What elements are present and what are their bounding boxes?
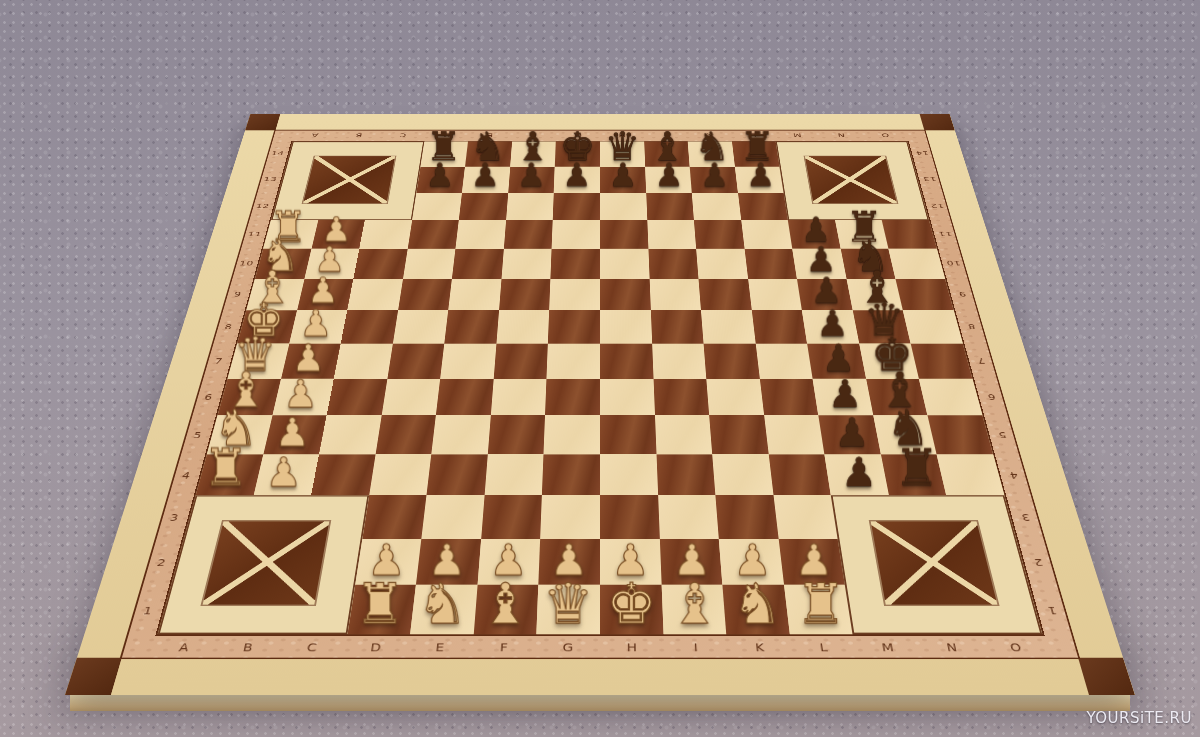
square-E6: [436, 379, 494, 416]
square-L8: [752, 310, 808, 343]
piece-bottom-king-H1: ♚: [600, 574, 663, 634]
square-G10: [551, 249, 600, 279]
square-D10: [403, 249, 456, 279]
square-K6: [706, 379, 764, 416]
square-O14: [864, 142, 915, 167]
square-I5: [655, 415, 713, 454]
square-E7: [440, 344, 496, 379]
file-label: B: [335, 130, 381, 141]
piece-bottom-rook-L1: ♜: [789, 574, 852, 634]
square-O2: [957, 539, 1029, 585]
square-G1: ♛: [537, 585, 600, 634]
square-L12: [738, 193, 788, 220]
square-A3: [184, 495, 254, 539]
piece-top-pawn-F13: ♟: [508, 157, 554, 193]
square-K9: [699, 279, 752, 311]
square-L9: [748, 279, 802, 311]
square-L10: [744, 249, 797, 279]
square-H8: [600, 310, 652, 343]
square-K4: [712, 454, 773, 495]
square-K1: ♞: [723, 585, 790, 634]
piece-bottom-knight-K1: ♞: [726, 574, 789, 634]
square-K12: [692, 193, 741, 220]
square-K7: [704, 344, 760, 379]
square-L3: [773, 495, 838, 539]
frame-corner-inlay-top-left: [245, 114, 280, 131]
square-A4: ♜: [196, 454, 263, 495]
watermark: YOURSiTE.RU: [1086, 709, 1192, 727]
piece-top-pawn-L13: ♟: [738, 157, 784, 193]
file-label: O: [862, 130, 909, 141]
square-I13: ♟: [645, 167, 692, 193]
square-A1: [158, 585, 233, 634]
square-H12: [600, 193, 647, 220]
square-G8: [548, 310, 600, 343]
square-H5: [600, 415, 656, 454]
square-I6: [653, 379, 709, 416]
square-M1: [845, 585, 916, 634]
square-K13: ♟: [690, 167, 738, 193]
square-M3: [831, 495, 897, 539]
square-M4: ♟: [825, 454, 889, 495]
file-label: A: [291, 130, 338, 141]
frame-corner-inlay-bottom-right: [1078, 658, 1135, 695]
square-G3: [541, 495, 600, 539]
square-H10: [600, 249, 649, 279]
square-C7: [334, 344, 393, 379]
square-O1: [968, 585, 1043, 634]
square-I8: [651, 310, 704, 343]
square-D3: [362, 495, 427, 539]
square-D7: [387, 344, 444, 379]
piece-bottom-queen-G1: ♛: [537, 574, 600, 634]
square-I10: [648, 249, 698, 279]
square-A13: [278, 167, 330, 193]
square-I7: [652, 344, 707, 379]
square-C13: [370, 167, 420, 193]
square-H13: ♟: [600, 167, 646, 193]
square-B2: [232, 539, 302, 585]
square-C4: [311, 454, 375, 495]
square-K5: [709, 415, 768, 454]
square-F7: [494, 344, 549, 379]
square-K3: [716, 495, 779, 539]
square-K8: [701, 310, 755, 343]
square-E10: [452, 249, 504, 279]
piece-bottom-knight-E1: ♞: [411, 574, 474, 634]
square-B3: [243, 495, 311, 539]
square-G5: [544, 415, 600, 454]
square-F10: [501, 249, 551, 279]
board-front-edge: [70, 695, 1130, 711]
square-F1: ♝: [474, 585, 539, 634]
square-N3: [889, 495, 957, 539]
square-E1: ♞: [410, 585, 477, 634]
square-N1: [906, 585, 979, 634]
piece-bottom-bishop-F1: ♝: [474, 574, 537, 634]
square-G12: [553, 193, 600, 220]
piece-top-pawn-H13: ♟: [600, 157, 646, 193]
square-M13: [780, 167, 830, 193]
square-C1: [284, 585, 355, 634]
square-G6: [545, 379, 600, 416]
square-E12: [459, 193, 508, 220]
square-D5: [375, 415, 436, 454]
square-O4: [937, 454, 1004, 495]
piece-left-pawn-B4: ♟: [254, 449, 312, 495]
square-G9: [549, 279, 600, 311]
square-A2: [171, 539, 243, 585]
square-L13: ♟: [735, 167, 784, 193]
frame-corner-inlay-top-right: [920, 114, 955, 131]
square-O13: [869, 167, 921, 193]
square-H3: [600, 495, 659, 539]
square-F9: [499, 279, 551, 311]
square-K10: [696, 249, 748, 279]
square-L7: [755, 344, 812, 379]
square-D9: [398, 279, 452, 311]
square-C5: [319, 415, 381, 454]
square-H7: [600, 344, 653, 379]
piece-top-pawn-K13: ♟: [692, 157, 738, 193]
square-C9: [347, 279, 402, 311]
square-G13: ♟: [554, 167, 600, 193]
square-G4: [542, 454, 600, 495]
square-D13: ♟: [416, 167, 465, 193]
square-E5: [432, 415, 491, 454]
square-L1: ♜: [784, 585, 853, 634]
square-B14: [331, 142, 381, 167]
piece-left-rook-A4: ♜: [197, 441, 255, 495]
piece-bottom-rook-D1: ♜: [348, 574, 411, 634]
square-H9: [600, 279, 651, 311]
square-F12: [506, 193, 554, 220]
square-D8: [393, 310, 449, 343]
square-C3: [303, 495, 369, 539]
square-A14: [286, 142, 337, 167]
square-H1: ♚: [600, 585, 663, 634]
square-E9: [448, 279, 501, 311]
carpet-background: ABCDEFGHIKLMNO ABCDEFGHIKLMNO 1413121110…: [0, 0, 1200, 737]
square-N13: [825, 167, 876, 193]
square-O3: [947, 495, 1017, 539]
square-N14: [820, 142, 870, 167]
square-N2: [897, 539, 967, 585]
square-F6: [491, 379, 547, 416]
square-H6: [600, 379, 655, 416]
piece-top-pawn-D13: ♟: [417, 157, 463, 193]
square-C12: [365, 193, 416, 220]
frame-corner-inlay-bottom-left: [65, 658, 122, 695]
square-H4: [600, 454, 658, 495]
square-B13: [324, 167, 375, 193]
square-F4: [484, 454, 543, 495]
piece-right-rook-N4: ♜: [888, 441, 946, 495]
piece-top-pawn-E13: ♟: [462, 157, 508, 193]
square-G7: [547, 344, 600, 379]
square-I12: [646, 193, 694, 220]
square-E4: [427, 454, 488, 495]
square-N4: ♜: [881, 454, 947, 495]
square-F5: [488, 415, 546, 454]
square-L5: [764, 415, 825, 454]
square-I4: [656, 454, 715, 495]
square-I9: [649, 279, 701, 311]
piece-bottom-bishop-I1: ♝: [663, 574, 726, 634]
square-F13: ♟: [508, 167, 555, 193]
square-D1: ♜: [347, 585, 416, 634]
piece-right-pawn-M4: ♟: [830, 449, 888, 495]
square-E8: [444, 310, 498, 343]
square-E13: ♟: [462, 167, 510, 193]
square-C6: [327, 379, 387, 416]
file-label: C: [380, 130, 426, 141]
piece-top-pawn-G13: ♟: [554, 157, 600, 193]
playing-field: ♜♞♝♚♛♝♞♜♟♟♟♟♟♟♟♟♜♟♟♜♞♟♟♞♝♟♟♝♚♟♟♛♛♟♟♚♝♟♟♝…: [155, 141, 1044, 636]
square-B1: [221, 585, 294, 634]
square-L4: [768, 454, 831, 495]
file-label: M: [775, 130, 821, 141]
square-E3: [422, 495, 485, 539]
square-I3: [658, 495, 719, 539]
square-I1: ♝: [661, 585, 726, 634]
square-F8: [496, 310, 549, 343]
square-C8: [341, 310, 398, 343]
square-C10: [353, 249, 407, 279]
piece-top-pawn-I13: ♟: [646, 157, 692, 193]
four-player-chess-board: ABCDEFGHIKLMNO ABCDEFGHIKLMNO 1413121110…: [65, 114, 1135, 695]
file-label: N: [818, 130, 864, 141]
board-grid: ♜♞♝♚♛♝♞♜♟♟♟♟♟♟♟♟♜♟♟♜♞♟♟♞♝♟♟♝♚♟♟♛♛♟♟♚♝♟♟♝…: [158, 142, 1043, 635]
square-B4: ♟: [253, 454, 319, 495]
square-D12: [412, 193, 462, 220]
square-F3: [481, 495, 542, 539]
square-L6: [760, 379, 819, 416]
square-D4: [369, 454, 432, 495]
square-D6: [381, 379, 440, 416]
